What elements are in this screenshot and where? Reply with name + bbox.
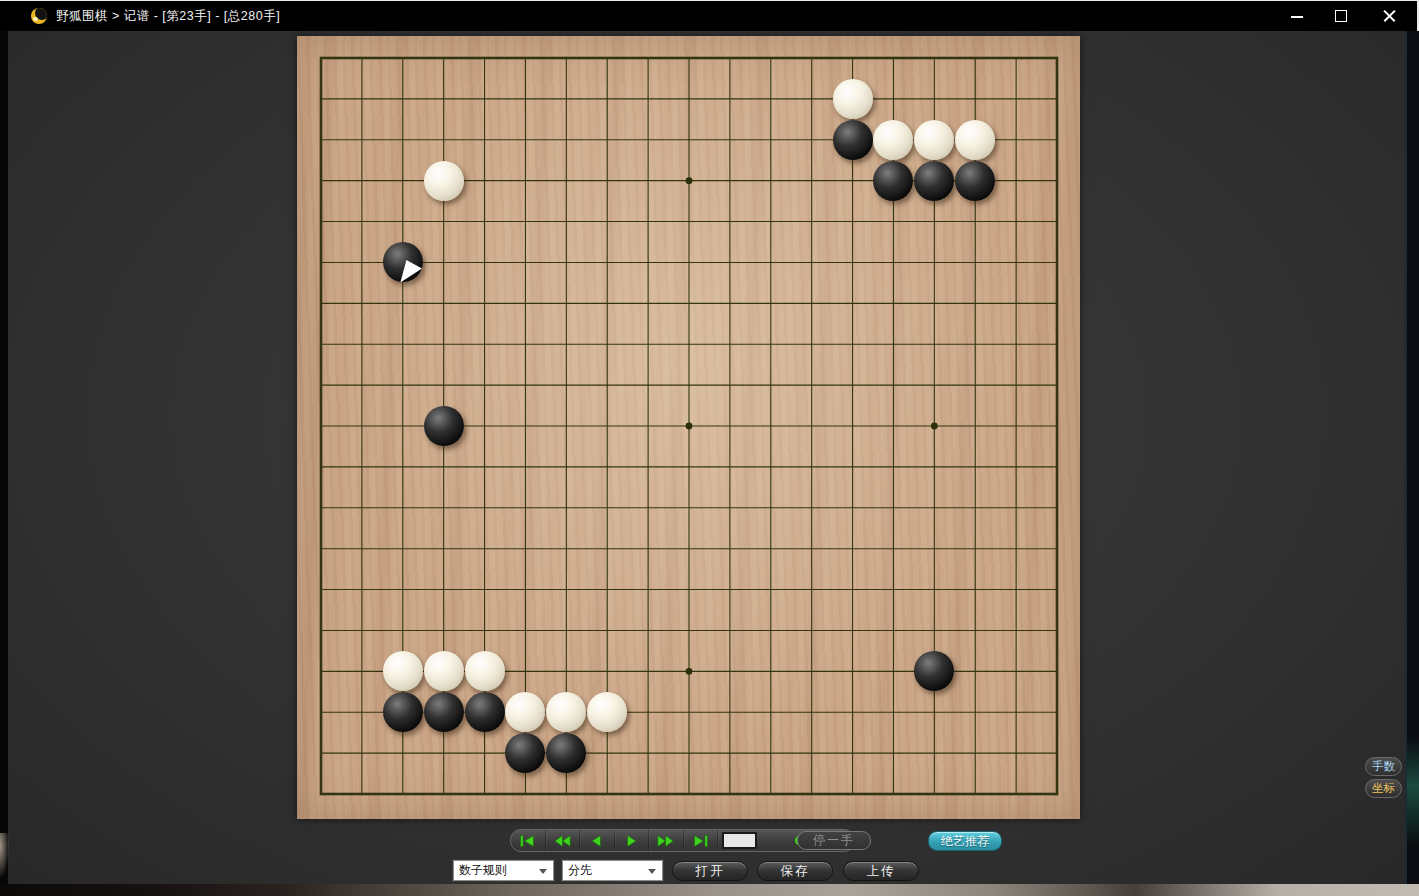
step-forward-icon [625, 835, 638, 847]
background-left-glow [0, 833, 9, 877]
upload-button[interactable]: 上传 [843, 861, 919, 881]
maximize-icon [1335, 10, 1347, 22]
white-stone [424, 161, 464, 201]
fox-go-logo-icon [31, 8, 47, 24]
black-stone [914, 161, 954, 201]
background-bottom-strip [0, 884, 1419, 896]
black-stone [383, 242, 423, 282]
handicap-select-value: 分先 [568, 863, 592, 877]
chevron-down-icon [539, 869, 547, 874]
window-title: 野狐围棋 > 记谱 - [第23手] - [总280手] [56, 1, 280, 31]
black-stone [955, 161, 995, 201]
black-stone [873, 161, 913, 201]
white-stone [955, 120, 995, 160]
minimize-button[interactable] [1283, 2, 1311, 30]
nav-fast-backward-button[interactable] [546, 830, 581, 851]
white-stone [383, 651, 423, 691]
white-stone [914, 120, 954, 160]
rule-select-value: 数子规则 [459, 863, 507, 877]
coordinates-toggle[interactable]: 坐标 [1365, 779, 1402, 798]
title-bar: 野狐围棋 > 记谱 - [第23手] - [总280手] [0, 1, 1419, 31]
nav-step-forward-button[interactable] [615, 830, 650, 851]
star-point [686, 668, 693, 675]
black-stone [424, 692, 464, 732]
nav-fast-forward-button[interactable] [649, 830, 684, 851]
maximize-button[interactable] [1327, 2, 1355, 30]
minimize-icon [1291, 16, 1303, 18]
white-stone [833, 79, 873, 119]
move-numbers-toggle[interactable]: 手数 [1365, 757, 1402, 776]
chevron-down-icon [648, 869, 656, 874]
fast-backward-icon [554, 835, 571, 847]
star-point [686, 423, 693, 430]
skip-to-last-icon [692, 835, 709, 847]
white-stone [465, 651, 505, 691]
nav-skip-to-last-button[interactable] [684, 830, 719, 851]
white-stone [873, 120, 913, 160]
ai-recommend-button[interactable]: 绝艺推荐 [928, 831, 1002, 851]
skip-to-first-icon [519, 835, 536, 847]
white-stone [424, 651, 464, 691]
black-stone [465, 692, 505, 732]
black-stone [424, 406, 464, 446]
step-backward-icon [590, 835, 603, 847]
handicap-select[interactable]: 分先 [562, 860, 663, 881]
save-button[interactable]: 保存 [757, 861, 833, 881]
move-number-input[interactable] [722, 832, 757, 849]
black-stone [383, 692, 423, 732]
black-stone [833, 120, 873, 160]
pass-button[interactable]: 停一手 [797, 831, 871, 850]
star-point [686, 177, 693, 184]
app-window: 野狐围棋 > 记谱 - [第23手] - [总280手] [0, 0, 1419, 896]
open-button[interactable]: 打开 [672, 861, 748, 881]
close-button[interactable] [1375, 2, 1403, 30]
rule-select[interactable]: 数子规则 [453, 860, 554, 881]
nav-skip-to-first-button[interactable] [511, 830, 546, 851]
fast-forward-icon [657, 835, 674, 847]
background-right-strip [1405, 31, 1419, 884]
star-point [931, 423, 938, 430]
nav-step-backward-button[interactable] [580, 830, 615, 851]
go-board[interactable] [297, 36, 1080, 819]
